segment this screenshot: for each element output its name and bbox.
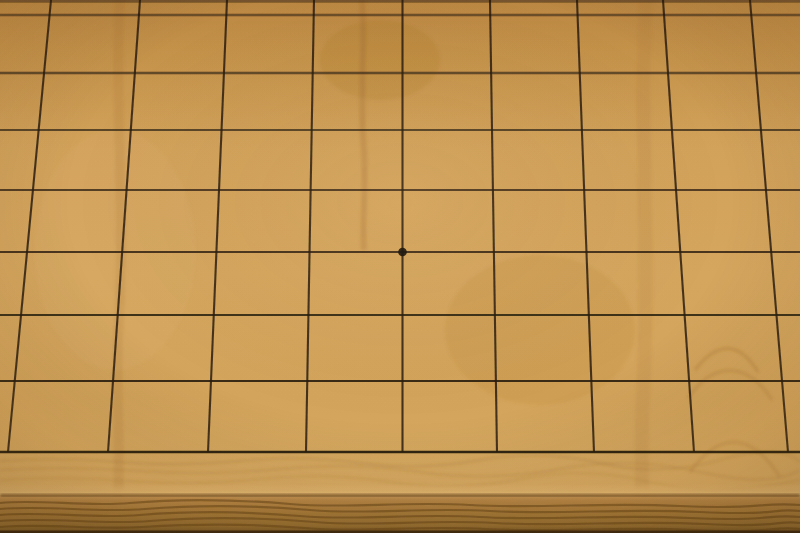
- go-board[interactable]: [0, 0, 800, 533]
- goban-photo-scene: [0, 0, 800, 533]
- vignette-overlay: [0, 0, 800, 533]
